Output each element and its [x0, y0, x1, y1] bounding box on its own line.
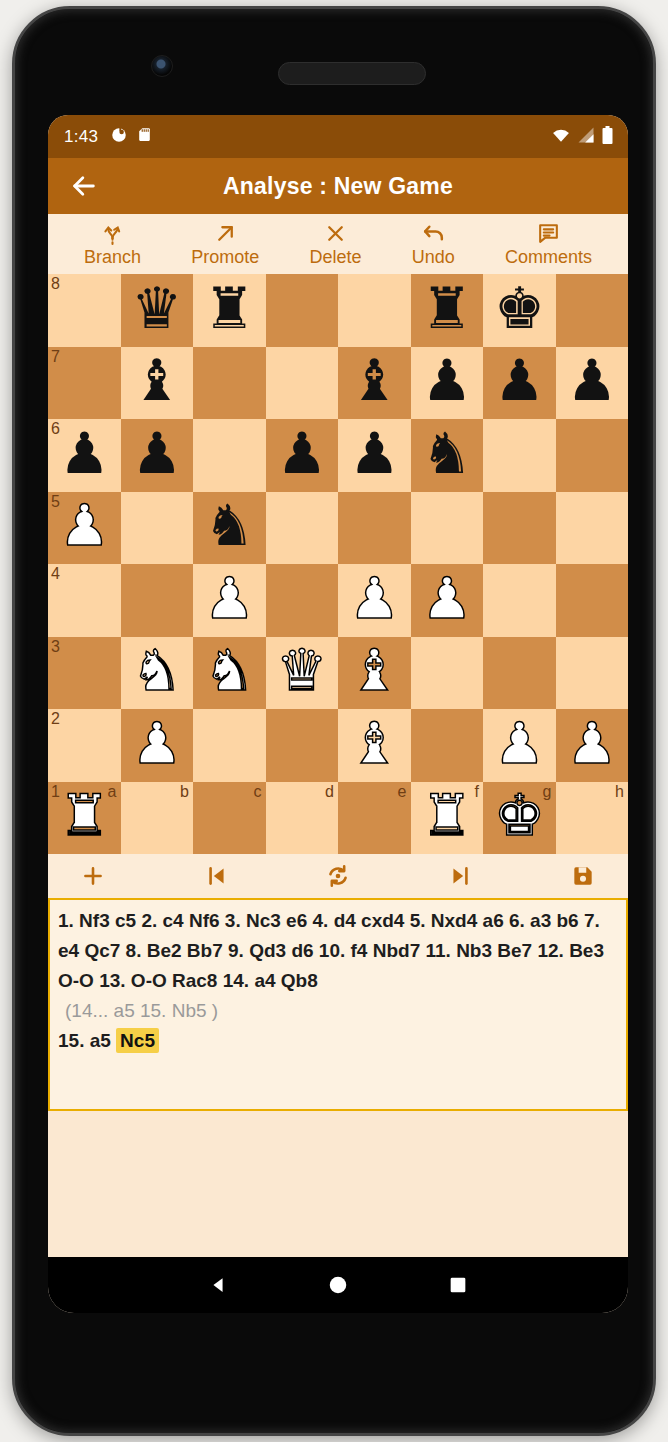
square-b5[interactable] — [121, 492, 194, 565]
square-g3[interactable] — [483, 637, 556, 710]
square-f5[interactable] — [411, 492, 484, 565]
rank-label-7: 7 — [51, 349, 60, 365]
square-f2[interactable] — [411, 709, 484, 782]
white-pawn-piece: ♟ — [566, 715, 617, 772]
android-navigation-bar — [48, 1257, 628, 1313]
page-title: Analyse : New Game — [48, 173, 628, 200]
square-e5[interactable] — [338, 492, 411, 565]
branch-icon — [100, 221, 125, 246]
square-a2[interactable]: 2 — [48, 709, 121, 782]
skip-to-end-icon[interactable] — [444, 859, 478, 893]
comments-label: Comments — [505, 247, 592, 268]
square-b7[interactable]: ♝ — [121, 347, 194, 420]
signal-icon — [576, 125, 596, 149]
square-a8[interactable]: 8 — [48, 274, 121, 347]
black-bishop-piece: ♝ — [131, 352, 182, 409]
square-h1[interactable]: h — [556, 782, 629, 855]
square-b4[interactable] — [121, 564, 194, 637]
front-camera — [151, 55, 173, 77]
comments-icon — [536, 221, 561, 246]
white-pawn-piece: ♟ — [421, 570, 472, 627]
main-line-moves[interactable]: 1. Nf3 c5 2. c4 Nf6 3. Nc3 e6 4. d4 cxd4… — [58, 910, 604, 991]
move-navigation-bar — [48, 854, 628, 898]
square-d2[interactable] — [266, 709, 339, 782]
black-bishop-piece: ♝ — [349, 352, 400, 409]
clock-text: 1:43 — [64, 127, 98, 147]
black-pawn-piece: ♟ — [131, 425, 182, 482]
branch-label: Branch — [84, 247, 141, 268]
square-g7[interactable]: ♟ — [483, 347, 556, 420]
comments-button[interactable]: Comments — [505, 221, 592, 268]
square-g1[interactable]: g♚ — [483, 782, 556, 855]
square-e8[interactable] — [338, 274, 411, 347]
square-e6[interactable]: ♟ — [338, 419, 411, 492]
flip-refresh-icon[interactable] — [321, 859, 355, 893]
android-back-icon[interactable] — [206, 1273, 230, 1297]
add-move-icon[interactable] — [76, 859, 110, 893]
white-queen-piece: ♛ — [276, 642, 327, 699]
delete-button[interactable]: Delete — [309, 221, 361, 268]
black-knight-piece: ♞ — [421, 425, 472, 482]
square-d4[interactable] — [266, 564, 339, 637]
white-knight-piece: ♞ — [131, 642, 182, 699]
square-c4[interactable]: ♟ — [193, 564, 266, 637]
branch-button[interactable]: Branch — [84, 221, 141, 268]
square-a7[interactable]: 7 — [48, 347, 121, 420]
square-e7[interactable]: ♝ — [338, 347, 411, 420]
delete-label: Delete — [309, 247, 361, 268]
black-pawn-piece: ♟ — [421, 352, 472, 409]
move-list-panel[interactable]: 1. Nf3 c5 2. c4 Nf6 3. Nc3 e6 4. d4 cxd4… — [48, 898, 628, 1111]
white-rook-piece: ♜ — [421, 787, 472, 844]
black-rook-piece: ♜ — [421, 280, 472, 337]
square-d8[interactable] — [266, 274, 339, 347]
square-h2[interactable]: ♟ — [556, 709, 629, 782]
promote-icon — [213, 221, 238, 246]
sd-card-icon — [136, 126, 153, 147]
square-c3[interactable]: ♞ — [193, 637, 266, 710]
white-bishop-piece: ♝ — [349, 715, 400, 772]
square-f8[interactable]: ♜ — [411, 274, 484, 347]
square-d5[interactable] — [266, 492, 339, 565]
android-recents-icon[interactable] — [446, 1273, 470, 1297]
square-a3[interactable]: 3 — [48, 637, 121, 710]
square-b6[interactable]: ♟ — [121, 419, 194, 492]
rank-label-3: 3 — [51, 639, 60, 655]
status-bar: 1:43 — [48, 115, 628, 158]
delete-icon — [323, 221, 348, 246]
current-line-prefix[interactable]: 15. a5 — [58, 1030, 116, 1051]
rank-label-4: 4 — [51, 566, 60, 582]
chess-board[interactable]: 8♛♜♜♚7♝♝♟♟♟6♟♟♟♟♞5♟♞4♟♟♟3♞♞♛♝2♟♝♟♟1a♜bcd… — [48, 274, 628, 854]
black-pawn-piece: ♟ — [59, 425, 110, 482]
square-g2[interactable]: ♟ — [483, 709, 556, 782]
comments-empty-area — [48, 1111, 628, 1257]
square-e4[interactable]: ♟ — [338, 564, 411, 637]
undo-button[interactable]: Undo — [412, 221, 455, 268]
square-c1[interactable]: c — [193, 782, 266, 855]
square-b1[interactable]: b — [121, 782, 194, 855]
data-saver-icon — [110, 126, 128, 148]
wifi-icon — [551, 125, 571, 149]
square-h8[interactable] — [556, 274, 629, 347]
white-knight-piece: ♞ — [204, 642, 255, 699]
battery-icon — [601, 125, 614, 149]
white-pawn-piece: ♟ — [131, 715, 182, 772]
square-e2[interactable]: ♝ — [338, 709, 411, 782]
undo-label: Undo — [412, 247, 455, 268]
square-g6[interactable] — [483, 419, 556, 492]
app-bar: Analyse : New Game — [48, 158, 628, 214]
square-g4[interactable] — [483, 564, 556, 637]
black-knight-piece: ♞ — [204, 497, 255, 554]
square-b8[interactable]: ♛ — [121, 274, 194, 347]
black-pawn-piece: ♟ — [349, 425, 400, 482]
square-e3[interactable]: ♝ — [338, 637, 411, 710]
promote-button[interactable]: Promote — [191, 221, 259, 268]
white-pawn-piece: ♟ — [59, 497, 110, 554]
square-d3[interactable]: ♛ — [266, 637, 339, 710]
square-f3[interactable] — [411, 637, 484, 710]
square-a4[interactable]: 4 — [48, 564, 121, 637]
square-d6[interactable]: ♟ — [266, 419, 339, 492]
square-c5[interactable]: ♞ — [193, 492, 266, 565]
phone-frame: 1:43 — [12, 6, 656, 1436]
square-b3[interactable]: ♞ — [121, 637, 194, 710]
black-pawn-piece: ♟ — [494, 352, 545, 409]
file-label-f: f — [475, 784, 479, 800]
square-c6[interactable] — [193, 419, 266, 492]
white-rook-piece: ♜ — [59, 787, 110, 844]
file-label-b: b — [180, 784, 189, 800]
app-screen: 1:43 — [48, 115, 628, 1313]
white-pawn-piece: ♟ — [494, 715, 545, 772]
file-label-h: h — [615, 784, 624, 800]
black-rook-piece: ♜ — [204, 280, 255, 337]
android-home-icon[interactable] — [326, 1273, 350, 1297]
square-f4[interactable]: ♟ — [411, 564, 484, 637]
earpiece-speaker — [278, 62, 426, 85]
square-a6[interactable]: 6♟ — [48, 419, 121, 492]
square-h6[interactable] — [556, 419, 629, 492]
rank-label-8: 8 — [51, 276, 60, 292]
file-label-e: e — [398, 784, 407, 800]
file-label-c: c — [254, 784, 262, 800]
square-f7[interactable]: ♟ — [411, 347, 484, 420]
square-g8[interactable]: ♚ — [483, 274, 556, 347]
square-c2[interactable] — [193, 709, 266, 782]
current-move-highlight[interactable]: Nc5 — [116, 1028, 159, 1053]
variation-moves[interactable]: (14... a5 15. Nb5 ) — [58, 996, 618, 1026]
square-f6[interactable]: ♞ — [411, 419, 484, 492]
square-a5[interactable]: 5♟ — [48, 492, 121, 565]
square-h3[interactable] — [556, 637, 629, 710]
action-toolbar: Branch Promote Delete Undo — [48, 214, 628, 274]
file-label-d: d — [325, 784, 334, 800]
black-queen-piece: ♛ — [131, 280, 182, 337]
square-g5[interactable] — [483, 492, 556, 565]
white-king-piece: ♚ — [494, 787, 545, 844]
square-h7[interactable]: ♟ — [556, 347, 629, 420]
square-a1[interactable]: 1a♜ — [48, 782, 121, 855]
square-f1[interactable]: f♜ — [411, 782, 484, 855]
square-h4[interactable] — [556, 564, 629, 637]
black-pawn-piece: ♟ — [566, 352, 617, 409]
white-pawn-piece: ♟ — [349, 570, 400, 627]
square-h5[interactable] — [556, 492, 629, 565]
black-pawn-piece: ♟ — [276, 425, 327, 482]
save-icon[interactable] — [566, 859, 600, 893]
current-line[interactable]: 15. a5 Nc5 — [58, 1026, 618, 1056]
square-b2[interactable]: ♟ — [121, 709, 194, 782]
skip-to-start-icon[interactable] — [199, 859, 233, 893]
square-d7[interactable] — [266, 347, 339, 420]
undo-icon — [421, 221, 446, 246]
white-pawn-piece: ♟ — [204, 570, 255, 627]
promote-label: Promote — [191, 247, 259, 268]
white-bishop-piece: ♝ — [349, 642, 400, 699]
black-king-piece: ♚ — [494, 280, 545, 337]
square-c8[interactable]: ♜ — [193, 274, 266, 347]
rank-label-2: 2 — [51, 711, 60, 727]
square-e1[interactable]: e — [338, 782, 411, 855]
back-arrow-icon[interactable] — [70, 172, 98, 200]
square-d1[interactable]: d — [266, 782, 339, 855]
square-c7[interactable] — [193, 347, 266, 420]
